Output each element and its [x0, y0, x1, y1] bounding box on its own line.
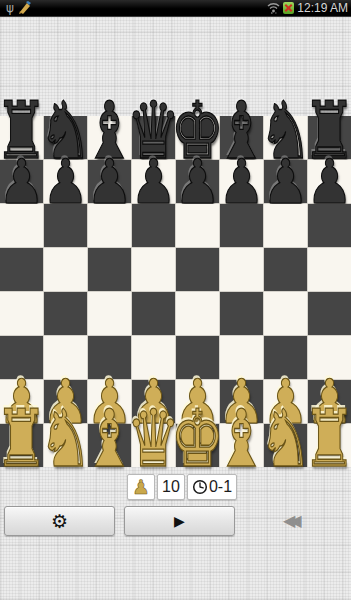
gear-icon: ⚙	[51, 510, 68, 532]
square-f3[interactable]	[220, 336, 263, 379]
square-f4[interactable]	[220, 292, 263, 335]
square-e6[interactable]	[176, 204, 219, 247]
square-h5[interactable]	[308, 248, 351, 291]
square-b1[interactable]: ♞	[44, 424, 87, 467]
square-d4[interactable]	[132, 292, 175, 335]
square-e3[interactable]	[176, 336, 219, 379]
chess-app-screen: { "game": "chess", "position": "rnbqkbnr…	[0, 0, 351, 600]
square-g2[interactable]: ♟	[264, 380, 307, 423]
square-g4[interactable]	[264, 292, 307, 335]
square-a3[interactable]	[0, 336, 43, 379]
square-d6[interactable]	[132, 204, 175, 247]
piece-white-pawn: ♟	[126, 371, 181, 432]
clock-time: 12:19 AM	[297, 1, 348, 15]
battery-alert-icon	[283, 2, 294, 14]
square-e2[interactable]: ♟	[176, 380, 219, 423]
piece-black-knight: ♞	[38, 91, 93, 170]
piece-black-pawn: ♟	[82, 151, 137, 212]
square-f2[interactable]: ♟	[220, 380, 263, 423]
status-bar: ψ 12:19 AM	[0, 0, 351, 17]
piece-white-pawn: ♟	[82, 371, 137, 432]
square-c4[interactable]	[88, 292, 131, 335]
piece-black-pawn: ♟	[302, 151, 351, 212]
square-e1[interactable]: ♚	[176, 424, 219, 467]
square-g3[interactable]	[264, 336, 307, 379]
square-e7[interactable]: ♟	[176, 160, 219, 203]
square-c6[interactable]	[88, 204, 131, 247]
piece-white-pawn: ♟	[38, 371, 93, 432]
square-g8[interactable]: ♞	[264, 116, 307, 159]
square-g6[interactable]	[264, 204, 307, 247]
square-a2[interactable]: ♟	[0, 380, 43, 423]
piece-black-queen: ♛	[126, 91, 181, 170]
square-f8[interactable]: ♝	[220, 116, 263, 159]
square-h8[interactable]: ♜	[308, 116, 351, 159]
piece-black-bishop: ♝	[82, 91, 137, 170]
chess-board: ♜♞♝♛♚♝♞♜♟♟♟♟♟♟♟♟♟♟♟♟♟♟♟♟♜♞♝♛♚♝♞♜	[0, 116, 351, 467]
square-a1[interactable]: ♜	[0, 424, 43, 467]
square-g7[interactable]: ♟	[264, 160, 307, 203]
settings-button[interactable]: ⚙	[4, 506, 115, 536]
square-f6[interactable]	[220, 204, 263, 247]
status-bar-left: ψ	[0, 1, 267, 15]
square-h4[interactable]	[308, 292, 351, 335]
piece-black-knight: ♞	[258, 91, 313, 170]
piece-white-pawn: ♟	[258, 371, 313, 432]
square-d8[interactable]: ♛	[132, 116, 175, 159]
play-icon: ▶	[174, 513, 185, 529]
square-d3[interactable]	[132, 336, 175, 379]
square-f1[interactable]: ♝	[220, 424, 263, 467]
piece-white-pawn: ♟	[170, 371, 225, 432]
piece-black-pawn: ♟	[170, 151, 225, 212]
square-b5[interactable]	[44, 248, 87, 291]
square-b8[interactable]: ♞	[44, 116, 87, 159]
clock-box: 0-1	[187, 474, 237, 500]
piece-black-bishop: ♝	[214, 91, 269, 170]
square-d5[interactable]	[132, 248, 175, 291]
piece-black-king: ♚	[170, 91, 225, 170]
square-b2[interactable]: ♟	[44, 380, 87, 423]
pawn-count-value: 10	[162, 478, 180, 496]
clock-value: 0-1	[209, 478, 232, 496]
pawn-indicator: ♟	[127, 474, 155, 500]
square-c3[interactable]	[88, 336, 131, 379]
square-h7[interactable]: ♟	[308, 160, 351, 203]
square-a7[interactable]: ♟	[0, 160, 43, 203]
square-e8[interactable]: ♚	[176, 116, 219, 159]
square-d2[interactable]: ♟	[132, 380, 175, 423]
piece-black-pawn: ♟	[38, 151, 93, 212]
square-d7[interactable]: ♟	[132, 160, 175, 203]
square-c8[interactable]: ♝	[88, 116, 131, 159]
pawn-count-box: 10	[157, 474, 185, 500]
piece-black-pawn: ♟	[0, 151, 49, 212]
square-b6[interactable]	[44, 204, 87, 247]
square-h6[interactable]	[308, 204, 351, 247]
rewind-button[interactable]: ◀◀	[283, 512, 309, 530]
play-button[interactable]: ▶	[124, 506, 235, 536]
square-g1[interactable]: ♞	[264, 424, 307, 467]
piece-black-pawn: ♟	[126, 151, 181, 212]
square-f7[interactable]: ♟	[220, 160, 263, 203]
wifi-icon	[267, 2, 280, 15]
usb-icon: ψ	[6, 2, 14, 14]
square-a5[interactable]	[0, 248, 43, 291]
square-e5[interactable]	[176, 248, 219, 291]
piece-black-rook: ♜	[302, 91, 351, 170]
square-d1[interactable]: ♛	[132, 424, 175, 467]
toolbar: ⚙ ▶	[4, 506, 235, 536]
piece-black-pawn: ♟	[214, 151, 269, 212]
piece-white-pawn: ♟	[214, 371, 269, 432]
square-c7[interactable]: ♟	[88, 160, 131, 203]
piece-white-pawn: ♟	[0, 371, 49, 432]
square-h2[interactable]: ♟	[308, 380, 351, 423]
brush-icon	[18, 1, 34, 15]
square-a8[interactable]: ♜	[0, 116, 43, 159]
square-b4[interactable]	[44, 292, 87, 335]
square-c5[interactable]	[88, 248, 131, 291]
square-e4[interactable]	[176, 292, 219, 335]
piece-black-rook: ♜	[0, 91, 49, 170]
status-bar-right: 12:19 AM	[267, 1, 351, 15]
info-panel: ♟ 10 0-1	[127, 474, 237, 500]
square-g5[interactable]	[264, 248, 307, 291]
piece-black-pawn: ♟	[258, 151, 313, 212]
square-c1[interactable]: ♝	[88, 424, 131, 467]
pawn-icon: ♟	[132, 477, 150, 497]
rewind-icon: ◀◀	[283, 511, 296, 530]
square-a4[interactable]	[0, 292, 43, 335]
square-b3[interactable]	[44, 336, 87, 379]
square-b7[interactable]: ♟	[44, 160, 87, 203]
square-a6[interactable]	[0, 204, 43, 247]
square-c2[interactable]: ♟	[88, 380, 131, 423]
square-h3[interactable]	[308, 336, 351, 379]
clock-icon	[192, 479, 208, 495]
square-f5[interactable]	[220, 248, 263, 291]
piece-white-pawn: ♟	[302, 371, 351, 432]
square-h1[interactable]: ♜	[308, 424, 351, 467]
